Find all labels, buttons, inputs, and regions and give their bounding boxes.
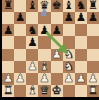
square-g1[interactable] (75, 85, 87, 97)
piece-black-king-e8[interactable]: ♚ (51, 0, 61, 11)
square-g2[interactable]: ♟ (75, 73, 87, 85)
square-c8[interactable]: ♝ (26, 0, 38, 12)
square-e8[interactable]: ♚ (51, 0, 63, 12)
square-e4[interactable]: ♟ (51, 49, 63, 61)
square-h4[interactable] (87, 49, 99, 61)
square-g6[interactable] (75, 24, 87, 36)
square-a8[interactable]: ♜ (2, 0, 14, 12)
square-f6[interactable] (63, 24, 75, 36)
square-h1[interactable]: ♜ (87, 85, 99, 97)
piece-black-pawn-b7[interactable]: ♟ (15, 12, 25, 24)
square-e6[interactable]: ♟ (51, 24, 63, 36)
square-c3[interactable]: ♟ (26, 61, 38, 73)
piece-black-pawn-c5[interactable]: ♟ (27, 36, 37, 48)
piece-black-queen-d8[interactable]: ♛ (39, 0, 49, 11)
piece-white-pawn-f2[interactable]: ♟ (64, 73, 74, 85)
square-f7[interactable]: ♟ (63, 12, 75, 24)
piece-black-bishop-c8[interactable]: ♝ (27, 0, 37, 11)
square-a6[interactable]: ♟ (2, 24, 14, 36)
square-h7[interactable]: ♟ (87, 12, 99, 24)
piece-black-pawn-e6[interactable]: ♟ (51, 24, 61, 36)
piece-black-pawn-d6[interactable]: ♟ (39, 24, 49, 36)
piece-white-rook-a1[interactable]: ♜ (3, 85, 13, 97)
square-d1[interactable]: ♛ (38, 85, 50, 97)
square-c1[interactable]: ♝ (26, 85, 38, 97)
square-f2[interactable]: ♟ (63, 73, 75, 85)
piece-black-pawn-f7[interactable]: ♟ (64, 12, 74, 24)
square-g7[interactable]: ♟ (75, 12, 87, 24)
piece-white-bishop-c1[interactable]: ♝ (27, 85, 37, 97)
piece-white-pawn-e4[interactable]: ♟ (51, 48, 61, 60)
piece-white-queen-d1[interactable]: ♛ (39, 85, 49, 97)
square-b5[interactable] (14, 36, 26, 48)
square-d6[interactable]: ♟ (38, 24, 50, 36)
square-b6[interactable] (14, 24, 26, 36)
piece-white-rook-h1[interactable]: ♜ (88, 85, 98, 97)
square-b1[interactable] (14, 85, 26, 97)
piece-white-king-e1[interactable]: ♚ (51, 85, 61, 97)
piece-black-pawn-h7[interactable]: ♟ (88, 12, 98, 24)
square-c5[interactable]: ♟ (26, 36, 38, 48)
square-h5[interactable] (87, 36, 99, 48)
piece-white-pawn-c3[interactable]: ♟ (27, 60, 37, 72)
piece-white-pawn-b2[interactable]: ♟ (15, 73, 25, 85)
chessboard-screenshot: ♜♝♛♚♝♞♜♟♟♟♟♟♟♞♟♟♟♟♞♟♝♞♟♟♟♟♟♟♜♝♛♚♜ (0, 0, 99, 100)
square-e3[interactable] (51, 61, 63, 73)
square-e1[interactable]: ♚ (51, 85, 63, 97)
square-g4[interactable] (75, 49, 87, 61)
square-h6[interactable] (87, 24, 99, 36)
square-d8[interactable]: ♛ (38, 0, 50, 12)
square-a4[interactable] (2, 49, 14, 61)
square-b4[interactable] (14, 49, 26, 61)
piece-black-pawn-g7[interactable]: ♟ (76, 12, 86, 24)
square-b2[interactable]: ♟ (14, 73, 26, 85)
piece-black-pawn-a6[interactable]: ♟ (3, 24, 13, 36)
square-a5[interactable] (2, 36, 14, 48)
piece-black-rook-a8[interactable]: ♜ (3, 0, 13, 11)
chess-board: ♜♝♛♚♝♞♜♟♟♟♟♟♟♞♟♟♟♟♞♟♝♞♟♟♟♟♟♟♜♝♛♚♜ (2, 0, 99, 97)
piece-white-pawn-g2[interactable]: ♟ (76, 73, 86, 85)
square-g5[interactable] (75, 36, 87, 48)
square-f1[interactable] (63, 85, 75, 97)
square-b7[interactable]: ♟ (14, 12, 26, 24)
square-a1[interactable]: ♜ (2, 85, 14, 97)
square-d5[interactable] (38, 36, 50, 48)
